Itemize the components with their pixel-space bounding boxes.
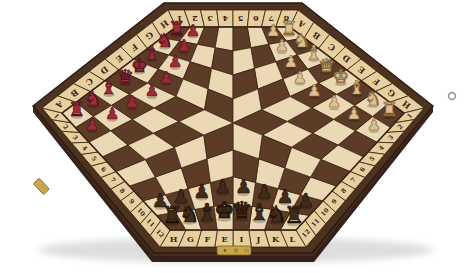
coordinate-label: I [240,234,244,244]
coordinate-label: G [187,234,194,244]
piece-red-pawn[interactable]: ♟ [125,92,139,111]
piece-red-pawn[interactable]: ♟ [85,115,99,134]
board-cell[interactable] [233,27,251,51]
product-photo: 12345678ABCDEFGH123456789101112LKJIEFGH1… [0,0,466,273]
piece-brown-rook[interactable]: ♜ [284,202,305,228]
piece-white-pawn[interactable]: ♟ [293,68,307,87]
piece-white-knight[interactable]: ♞ [365,87,382,109]
piece-white-king[interactable]: ♚ [332,65,349,87]
piece-white-bishop[interactable]: ♝ [348,76,365,98]
coordinate-label: 5 [237,14,243,24]
board-cell[interactable] [215,27,233,51]
metal-loop [449,93,456,100]
piece-brown-pawn[interactable]: ♟ [214,175,231,197]
coordinate-label: J [256,234,261,244]
latch-pin [224,249,227,252]
piece-red-knight[interactable]: ♞ [84,87,101,109]
piece-white-pawn[interactable]: ♟ [327,92,341,111]
piece-red-rook[interactable]: ♜ [68,98,85,120]
piece-red-pawn[interactable]: ♟ [159,68,173,87]
piece-white-pawn[interactable]: ♟ [367,115,381,134]
piece-red-queen[interactable]: ♛ [117,65,134,87]
latch-slide [244,249,249,253]
piece-brown-rook[interactable]: ♜ [162,202,183,228]
piece-brown-pawn[interactable]: ♟ [235,175,252,197]
coordinate-label: 4 [222,14,228,24]
latch-knob [234,248,238,252]
coordinate-label: H [170,234,178,244]
coordinate-label: 3 [207,14,213,24]
piece-white-rook[interactable]: ♜ [381,98,398,120]
coordinate-label: K [272,234,280,244]
coordinate-label: 6 [253,14,259,24]
brass-hinge [33,178,49,194]
piece-white-pawn[interactable]: ♟ [347,104,361,123]
piece-red-pawn[interactable]: ♟ [145,81,159,100]
coordinate-label: L [290,234,296,244]
piece-white-pawn[interactable]: ♟ [307,81,321,100]
coordinate-label: E [221,234,227,244]
piece-red-pawn[interactable]: ♟ [105,104,119,123]
piece-red-bishop[interactable]: ♝ [101,76,118,98]
three-player-chess-board[interactable]: 12345678ABCDEFGH123456789101112LKJIEFGH1… [0,0,466,273]
coordinate-label: F [205,234,211,244]
